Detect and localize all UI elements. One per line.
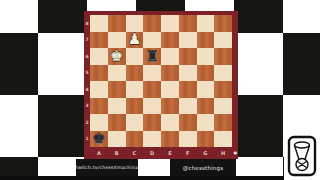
logo-box — [284, 132, 320, 180]
file-label-g: G — [197, 147, 215, 159]
file-label-f: F — [179, 147, 197, 159]
square-a8 — [90, 15, 108, 32]
square-f2 — [179, 114, 197, 131]
square-b8 — [108, 15, 126, 32]
square-e6 — [161, 48, 179, 65]
file-labels: ABCDEFGH — [90, 147, 232, 159]
square-e2 — [161, 114, 179, 131]
square-e4 — [161, 81, 179, 98]
square-a7 — [90, 32, 108, 49]
square-b2 — [108, 114, 126, 131]
square-b7 — [108, 32, 126, 49]
square-a3 — [90, 98, 108, 115]
square-c6 — [126, 48, 144, 65]
square-d3 — [143, 98, 161, 115]
black-king: ♚ — [92, 131, 105, 146]
square-g1 — [197, 131, 215, 148]
board-corner-dot: ● — [234, 151, 238, 155]
square-c4 — [126, 81, 144, 98]
square-g7 — [197, 32, 215, 49]
square-e5 — [161, 65, 179, 82]
square-c2 — [126, 114, 144, 131]
square-b6: ♚ — [108, 48, 126, 65]
file-label-a: A — [90, 147, 108, 159]
square-a6 — [90, 48, 108, 65]
file-label-c: C — [126, 147, 144, 159]
social-caption: @chessthings — [170, 159, 236, 176]
file-label-h: H — [214, 147, 232, 159]
square-c1 — [126, 131, 144, 148]
black-rook: ♜ — [145, 49, 158, 64]
square-c8 — [126, 15, 144, 32]
square-f3 — [179, 98, 197, 115]
square-e8 — [161, 15, 179, 32]
square-c5 — [126, 65, 144, 82]
square-a4 — [90, 81, 108, 98]
square-b4 — [108, 81, 126, 98]
square-e1 — [161, 131, 179, 148]
square-f1 — [179, 131, 197, 148]
square-g2 — [197, 114, 215, 131]
square-h6 — [214, 48, 232, 65]
bottom-bar — [0, 176, 286, 180]
square-h3 — [214, 98, 232, 115]
square-g3 — [197, 98, 215, 115]
square-h8 — [214, 15, 232, 32]
square-c3 — [126, 98, 144, 115]
square-f7 — [179, 32, 197, 49]
file-label-e: E — [161, 147, 179, 159]
streamer-caption: twitch.tv/chessXmachina — [76, 159, 138, 176]
square-f4 — [179, 81, 197, 98]
scene: 87654321 ♟♚♜♚ ABCDEFGH ● twitch.tv/chess… — [0, 0, 320, 180]
square-g6 — [197, 48, 215, 65]
square-d5 — [143, 65, 161, 82]
square-b3 — [108, 98, 126, 115]
square-h1 — [214, 131, 232, 148]
square-g8 — [197, 15, 215, 32]
hourglass-logo-icon — [287, 135, 317, 177]
white-pawn: ♟ — [128, 32, 141, 47]
white-king: ♚ — [110, 49, 123, 64]
square-g5 — [197, 65, 215, 82]
square-a5 — [90, 65, 108, 82]
square-e3 — [161, 98, 179, 115]
square-b5 — [108, 65, 126, 82]
square-b1 — [108, 131, 126, 148]
square-a1: ♚ — [90, 131, 108, 148]
square-h4 — [214, 81, 232, 98]
chess-board: 87654321 ♟♚♜♚ ABCDEFGH ● — [84, 11, 238, 159]
square-d6: ♜ — [143, 48, 161, 65]
square-a2 — [90, 114, 108, 131]
square-f6 — [179, 48, 197, 65]
file-label-d: D — [143, 147, 161, 159]
square-f5 — [179, 65, 197, 82]
square-d7 — [143, 32, 161, 49]
file-label-b: B — [108, 147, 126, 159]
square-c7: ♟ — [126, 32, 144, 49]
square-f8 — [179, 15, 197, 32]
square-d4 — [143, 81, 161, 98]
board-grid: ♟♚♜♚ — [90, 15, 232, 147]
square-e7 — [161, 32, 179, 49]
square-h2 — [214, 114, 232, 131]
square-h5 — [214, 65, 232, 82]
square-h7 — [214, 32, 232, 49]
square-d2 — [143, 114, 161, 131]
square-d1 — [143, 131, 161, 148]
square-d8 — [143, 15, 161, 32]
square-g4 — [197, 81, 215, 98]
